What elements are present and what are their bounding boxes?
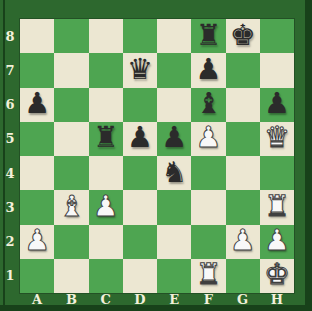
square-c4[interactable] bbox=[89, 156, 123, 190]
square-f8[interactable]: ♜ bbox=[191, 19, 225, 53]
square-b4[interactable] bbox=[54, 156, 88, 190]
square-d4[interactable] bbox=[123, 156, 157, 190]
file-label-h: H bbox=[260, 292, 294, 306]
chess-board-frame: 87654321 ♜♚♛♟♟♝♟♜♟♟♟♛♞♝♟♜♟♟♟♜♚ ABCDEFGH bbox=[0, 0, 312, 311]
square-g6[interactable] bbox=[226, 88, 260, 122]
square-e6[interactable] bbox=[157, 88, 191, 122]
square-f5[interactable]: ♟ bbox=[191, 122, 225, 156]
white-bishop-icon[interactable]: ♝ bbox=[58, 192, 84, 221]
black-knight-icon[interactable]: ♞ bbox=[161, 158, 187, 187]
rank-label-8: 8 bbox=[0, 19, 20, 53]
file-label-g: G bbox=[226, 292, 260, 306]
square-f6[interactable]: ♝ bbox=[191, 88, 225, 122]
square-a1[interactable] bbox=[20, 259, 54, 293]
file-label-c: C bbox=[89, 292, 123, 306]
square-a8[interactable] bbox=[20, 19, 54, 53]
square-f4[interactable] bbox=[191, 156, 225, 190]
white-rook-icon[interactable]: ♜ bbox=[195, 260, 221, 289]
square-c3[interactable]: ♟ bbox=[89, 190, 123, 224]
white-pawn-icon[interactable]: ♟ bbox=[195, 123, 221, 152]
black-pawn-icon[interactable]: ♟ bbox=[195, 55, 221, 84]
black-rook-icon[interactable]: ♜ bbox=[195, 21, 221, 50]
rank-label-5: 5 bbox=[0, 122, 20, 156]
square-h5[interactable]: ♛ bbox=[260, 122, 294, 156]
black-pawn-icon[interactable]: ♟ bbox=[127, 123, 153, 152]
rank-label-7: 7 bbox=[0, 53, 20, 87]
white-pawn-icon[interactable]: ♟ bbox=[230, 226, 256, 255]
square-f2[interactable] bbox=[191, 225, 225, 259]
black-pawn-icon[interactable]: ♟ bbox=[24, 89, 50, 118]
square-b8[interactable] bbox=[54, 19, 88, 53]
square-g1[interactable] bbox=[226, 259, 260, 293]
square-c2[interactable] bbox=[89, 225, 123, 259]
square-d8[interactable] bbox=[123, 19, 157, 53]
rank-label-2: 2 bbox=[0, 225, 20, 259]
square-g2[interactable]: ♟ bbox=[226, 225, 260, 259]
square-h4[interactable] bbox=[260, 156, 294, 190]
square-a2[interactable]: ♟ bbox=[20, 225, 54, 259]
square-e7[interactable] bbox=[157, 53, 191, 87]
square-b2[interactable] bbox=[54, 225, 88, 259]
square-b6[interactable] bbox=[54, 88, 88, 122]
black-king-icon[interactable]: ♚ bbox=[230, 21, 256, 50]
chess-board: ♜♚♛♟♟♝♟♜♟♟♟♛♞♝♟♜♟♟♟♜♚ bbox=[20, 19, 294, 293]
square-h8[interactable] bbox=[260, 19, 294, 53]
white-pawn-icon[interactable]: ♟ bbox=[264, 226, 290, 255]
square-e5[interactable]: ♟ bbox=[157, 122, 191, 156]
square-d6[interactable] bbox=[123, 88, 157, 122]
square-f1[interactable]: ♜ bbox=[191, 259, 225, 293]
square-f3[interactable] bbox=[191, 190, 225, 224]
square-h7[interactable] bbox=[260, 53, 294, 87]
square-d5[interactable]: ♟ bbox=[123, 122, 157, 156]
square-a4[interactable] bbox=[20, 156, 54, 190]
file-label-a: A bbox=[20, 292, 54, 306]
square-c5[interactable]: ♜ bbox=[89, 122, 123, 156]
black-rook-icon[interactable]: ♜ bbox=[93, 123, 119, 152]
square-g3[interactable] bbox=[226, 190, 260, 224]
black-bishop-icon[interactable]: ♝ bbox=[195, 89, 221, 118]
square-e3[interactable] bbox=[157, 190, 191, 224]
square-g8[interactable]: ♚ bbox=[226, 19, 260, 53]
square-c8[interactable] bbox=[89, 19, 123, 53]
square-c6[interactable] bbox=[89, 88, 123, 122]
square-f7[interactable]: ♟ bbox=[191, 53, 225, 87]
square-g7[interactable] bbox=[226, 53, 260, 87]
square-c1[interactable] bbox=[89, 259, 123, 293]
file-label-b: B bbox=[54, 292, 88, 306]
square-e2[interactable] bbox=[157, 225, 191, 259]
square-h3[interactable]: ♜ bbox=[260, 190, 294, 224]
file-label-d: D bbox=[123, 292, 157, 306]
black-queen-icon[interactable]: ♛ bbox=[127, 55, 153, 84]
square-b1[interactable] bbox=[54, 259, 88, 293]
square-b7[interactable] bbox=[54, 53, 88, 87]
rank-label-1: 1 bbox=[0, 259, 20, 293]
square-d3[interactable] bbox=[123, 190, 157, 224]
frame-edge-bottom bbox=[0, 305, 312, 311]
square-e8[interactable] bbox=[157, 19, 191, 53]
white-pawn-icon[interactable]: ♟ bbox=[24, 226, 50, 255]
square-b5[interactable] bbox=[54, 122, 88, 156]
frame-edge-right bbox=[305, 0, 312, 311]
rank-label-6: 6 bbox=[0, 88, 20, 122]
white-pawn-icon[interactable]: ♟ bbox=[93, 192, 119, 221]
square-e4[interactable]: ♞ bbox=[157, 156, 191, 190]
square-d7[interactable]: ♛ bbox=[123, 53, 157, 87]
square-a7[interactable] bbox=[20, 53, 54, 87]
black-pawn-icon[interactable]: ♟ bbox=[264, 89, 290, 118]
square-a5[interactable] bbox=[20, 122, 54, 156]
file-labels: ABCDEFGH bbox=[20, 292, 294, 306]
square-h6[interactable]: ♟ bbox=[260, 88, 294, 122]
file-label-e: E bbox=[157, 292, 191, 306]
square-d2[interactable] bbox=[123, 225, 157, 259]
rank-label-3: 3 bbox=[0, 190, 20, 224]
square-b3[interactable]: ♝ bbox=[54, 190, 88, 224]
square-g5[interactable] bbox=[226, 122, 260, 156]
rank-label-4: 4 bbox=[0, 156, 20, 190]
white-king-icon[interactable]: ♚ bbox=[264, 260, 290, 289]
square-h2[interactable]: ♟ bbox=[260, 225, 294, 259]
square-g4[interactable] bbox=[226, 156, 260, 190]
white-rook-icon[interactable]: ♜ bbox=[264, 192, 290, 221]
square-a3[interactable] bbox=[20, 190, 54, 224]
square-h1[interactable]: ♚ bbox=[260, 259, 294, 293]
square-a6[interactable]: ♟ bbox=[20, 88, 54, 122]
square-e1[interactable] bbox=[157, 259, 191, 293]
black-pawn-icon[interactable]: ♟ bbox=[161, 123, 187, 152]
file-label-f: F bbox=[191, 292, 225, 306]
white-queen-icon[interactable]: ♛ bbox=[264, 123, 290, 152]
square-d1[interactable] bbox=[123, 259, 157, 293]
rank-labels: 87654321 bbox=[0, 19, 20, 293]
square-c7[interactable] bbox=[89, 53, 123, 87]
